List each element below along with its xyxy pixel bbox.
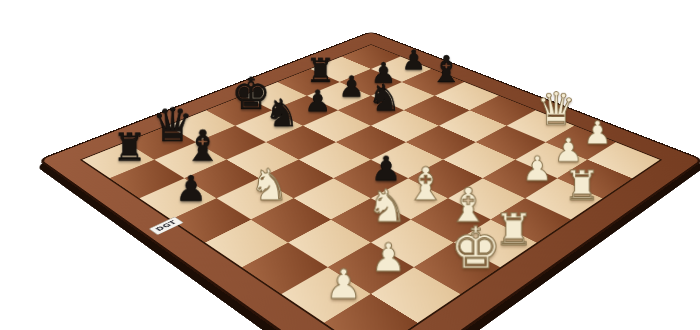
piece-black-pawn-h7[interactable]: ♟: [401, 46, 426, 74]
piece-white-pawn-b2[interactable]: ♟: [371, 238, 406, 277]
piece-black-bishop-b7[interactable]: ♝: [184, 124, 222, 167]
piece-white-pawn-f2[interactable]: ♟: [522, 152, 553, 186]
piece-white-rook-f1[interactable]: ♜: [564, 166, 601, 207]
piece-black-bishop-h6[interactable]: ♝: [430, 51, 463, 88]
piece-white-queen-h3[interactable]: ♛: [536, 87, 577, 132]
piece-black-pawn-e7[interactable]: ♟: [304, 86, 331, 116]
piece-white-knight-b5[interactable]: ♞: [249, 163, 288, 207]
square-f4[interactable]: [406, 126, 476, 160]
chessboard-photo: ♜♛♚♜♝♞♟♟♟♟♟♞♝♞♟♞♝♛♟♟♝♟♟♟♚♜♜ DGT: [0, 0, 700, 330]
piece-white-pawn-h2[interactable]: ♟: [583, 117, 612, 149]
piece-white-pawn-a2[interactable]: ♟: [325, 264, 362, 305]
piece-black-pawn-f7[interactable]: ♟: [338, 72, 364, 101]
piece-black-knight-d7[interactable]: ♞: [264, 94, 299, 132]
piece-black-rook-a8[interactable]: ♜: [112, 129, 146, 167]
chessboard: ♜♛♚♜♝♞♟♟♟♟♟♞♝♞♟♞♝♛♟♟♝♟♟♟♚♜♜ DGT: [37, 31, 700, 330]
piece-white-knight-c3[interactable]: ♞: [367, 183, 408, 228]
dgt-logo: DGT: [149, 217, 184, 236]
board-grid: ♜♛♚♜♝♞♟♟♟♟♟♞♝♞♟♞♝♛♟♟♝♟♟♟♚♜♜: [82, 45, 659, 330]
piece-white-king-c1[interactable]: ♚: [450, 220, 502, 278]
piece-black-knight-f6[interactable]: ♞: [367, 79, 400, 116]
piece-white-bishop-d3[interactable]: ♝: [405, 161, 446, 207]
piece-black-rook-f8[interactable]: ♜: [306, 54, 336, 87]
piece-black-pawn-a6[interactable]: ♟: [175, 171, 207, 206]
